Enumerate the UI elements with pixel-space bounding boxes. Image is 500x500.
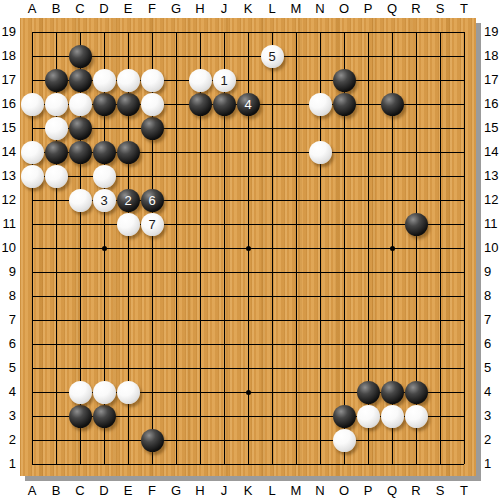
row-label-left-7: 7: [0, 312, 16, 328]
stone-white-F16[interactable]: [141, 93, 164, 116]
col-label-bottom-M: M: [286, 483, 306, 499]
stone-black-C17[interactable]: [69, 69, 92, 92]
stones-layer: 4265137: [0, 0, 500, 500]
stone-black-C18[interactable]: [69, 45, 92, 68]
stone-white-D13[interactable]: [93, 165, 116, 188]
row-label-right-2: 2: [484, 432, 500, 448]
stone-white-D4[interactable]: [93, 381, 116, 404]
col-label-top-G: G: [166, 1, 186, 17]
stone-white-B15[interactable]: [45, 117, 68, 140]
col-label-top-M: M: [286, 1, 306, 17]
stone-white-D17[interactable]: [93, 69, 116, 92]
stone-black-P4[interactable]: [357, 381, 380, 404]
stone-white-A16[interactable]: [21, 93, 44, 116]
move-number-label: 6: [148, 194, 155, 207]
stone-black-J16[interactable]: [213, 93, 236, 116]
col-label-bottom-D: D: [94, 483, 114, 499]
col-label-bottom-T: T: [454, 483, 474, 499]
row-label-right-11: 11: [484, 216, 500, 232]
stone-white-P3[interactable]: [357, 405, 380, 428]
row-label-left-2: 2: [0, 432, 16, 448]
stone-black-R11[interactable]: [405, 213, 428, 236]
stone-black-O17[interactable]: [333, 69, 356, 92]
col-label-bottom-H: H: [190, 483, 210, 499]
col-label-top-J: J: [214, 1, 234, 17]
col-label-bottom-S: S: [430, 483, 450, 499]
stone-black-H16[interactable]: [189, 93, 212, 116]
col-label-top-P: P: [358, 1, 378, 17]
col-label-bottom-A: A: [22, 483, 42, 499]
col-label-top-R: R: [406, 1, 426, 17]
stone-black-C15[interactable]: [69, 117, 92, 140]
row-label-left-8: 8: [0, 288, 16, 304]
stone-white-B13[interactable]: [45, 165, 68, 188]
stone-white-A14[interactable]: [21, 141, 44, 164]
row-label-right-10: 10: [484, 240, 500, 256]
move-number-label: 4: [244, 98, 251, 111]
row-label-left-14: 14: [0, 144, 16, 160]
stone-white-B16[interactable]: [45, 93, 68, 116]
row-label-right-6: 6: [484, 336, 500, 352]
stone-black-O16[interactable]: [333, 93, 356, 116]
row-label-left-12: 12: [0, 192, 16, 208]
col-label-bottom-E: E: [118, 483, 138, 499]
move-number-label: 2: [124, 194, 131, 207]
col-label-top-N: N: [310, 1, 330, 17]
go-diagram-screen: 4265137 AABBCCDDEEFFGGHHJJKKLLMMNNOOPPQQ…: [0, 0, 500, 500]
stone-white-E17[interactable]: [117, 69, 140, 92]
row-label-right-13: 13: [484, 168, 500, 184]
move-number-label: 3: [100, 194, 107, 207]
row-label-left-10: 10: [0, 240, 16, 256]
stone-black-D16[interactable]: [93, 93, 116, 116]
stone-black-B14[interactable]: [45, 141, 68, 164]
stone-black-E14[interactable]: [117, 141, 140, 164]
stone-black-E16[interactable]: [117, 93, 140, 116]
stone-black-F2[interactable]: [141, 429, 164, 452]
stone-white-N16[interactable]: [309, 93, 332, 116]
stone-white-F17[interactable]: [141, 69, 164, 92]
stone-black-O3[interactable]: [333, 405, 356, 428]
row-label-right-18: 18: [484, 48, 500, 64]
row-label-right-12: 12: [484, 192, 500, 208]
row-label-left-1: 1: [0, 456, 16, 472]
col-label-top-B: B: [46, 1, 66, 17]
row-label-left-6: 6: [0, 336, 16, 352]
stone-black-C14[interactable]: [69, 141, 92, 164]
col-label-top-L: L: [262, 1, 282, 17]
row-label-right-19: 19: [484, 24, 500, 40]
col-label-top-F: F: [142, 1, 162, 17]
row-label-right-15: 15: [484, 120, 500, 136]
col-label-bottom-Q: Q: [382, 483, 402, 499]
stone-white-N14[interactable]: [309, 141, 332, 164]
stone-white-E11[interactable]: [117, 213, 140, 236]
col-label-bottom-L: L: [262, 483, 282, 499]
col-label-top-O: O: [334, 1, 354, 17]
row-label-right-16: 16: [484, 96, 500, 112]
row-label-right-9: 9: [484, 264, 500, 280]
move-number-label: 5: [268, 50, 275, 63]
stone-black-F15[interactable]: [141, 117, 164, 140]
col-label-top-C: C: [70, 1, 90, 17]
row-label-left-19: 19: [0, 24, 16, 40]
col-label-bottom-N: N: [310, 483, 330, 499]
stone-white-C12[interactable]: [69, 189, 92, 212]
row-label-left-13: 13: [0, 168, 16, 184]
stone-white-D12[interactable]: 3: [93, 189, 116, 212]
stone-black-E12[interactable]: 2: [117, 189, 140, 212]
move-number-label: 7: [148, 218, 155, 231]
stone-black-Q16[interactable]: [381, 93, 404, 116]
row-label-left-18: 18: [0, 48, 16, 64]
row-label-left-17: 17: [0, 72, 16, 88]
stone-black-B17[interactable]: [45, 69, 68, 92]
col-label-bottom-K: K: [238, 483, 258, 499]
row-label-right-17: 17: [484, 72, 500, 88]
col-label-top-S: S: [430, 1, 450, 17]
stone-white-J17[interactable]: 1: [213, 69, 236, 92]
col-label-bottom-J: J: [214, 483, 234, 499]
col-label-bottom-B: B: [46, 483, 66, 499]
stone-white-C16[interactable]: [69, 93, 92, 116]
col-label-bottom-C: C: [70, 483, 90, 499]
row-label-right-1: 1: [484, 456, 500, 472]
row-label-left-11: 11: [0, 216, 16, 232]
row-label-left-4: 4: [0, 384, 16, 400]
stone-white-F11[interactable]: 7: [141, 213, 164, 236]
stone-white-Q3[interactable]: [381, 405, 404, 428]
col-label-top-Q: Q: [382, 1, 402, 17]
row-label-left-9: 9: [0, 264, 16, 280]
row-label-right-5: 5: [484, 360, 500, 376]
row-label-left-5: 5: [0, 360, 16, 376]
stone-white-O2[interactable]: [333, 429, 356, 452]
col-label-bottom-F: F: [142, 483, 162, 499]
col-label-bottom-G: G: [166, 483, 186, 499]
stone-black-C3[interactable]: [69, 405, 92, 428]
stone-black-F12[interactable]: 6: [141, 189, 164, 212]
stone-black-D3[interactable]: [93, 405, 116, 428]
row-label-right-8: 8: [484, 288, 500, 304]
col-label-bottom-P: P: [358, 483, 378, 499]
col-label-top-T: T: [454, 1, 474, 17]
col-label-top-E: E: [118, 1, 138, 17]
stone-black-Q4[interactable]: [381, 381, 404, 404]
col-label-top-D: D: [94, 1, 114, 17]
stone-black-D14[interactable]: [93, 141, 116, 164]
row-label-right-14: 14: [484, 144, 500, 160]
row-label-right-4: 4: [484, 384, 500, 400]
row-label-right-7: 7: [484, 312, 500, 328]
col-label-top-H: H: [190, 1, 210, 17]
col-label-bottom-O: O: [334, 483, 354, 499]
stone-white-R3[interactable]: [405, 405, 428, 428]
row-label-right-3: 3: [484, 408, 500, 424]
stone-black-K16[interactable]: 4: [237, 93, 260, 116]
col-label-bottom-R: R: [406, 483, 426, 499]
row-label-left-3: 3: [0, 408, 16, 424]
move-number-label: 1: [220, 74, 227, 87]
stone-black-R4[interactable]: [405, 381, 428, 404]
stone-white-L18[interactable]: 5: [261, 45, 284, 68]
stone-white-E4[interactable]: [117, 381, 140, 404]
row-label-left-16: 16: [0, 96, 16, 112]
stone-white-H17[interactable]: [189, 69, 212, 92]
stone-white-C4[interactable]: [69, 381, 92, 404]
row-label-left-15: 15: [0, 120, 16, 136]
col-label-top-A: A: [22, 1, 42, 17]
stone-white-A13[interactable]: [21, 165, 44, 188]
col-label-top-K: K: [238, 1, 258, 17]
